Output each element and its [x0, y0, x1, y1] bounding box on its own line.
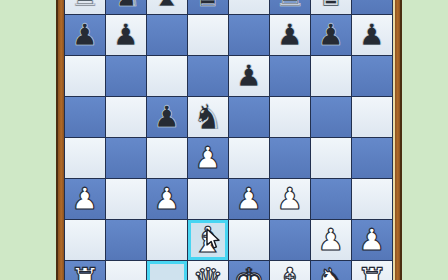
square-c2[interactable]: [147, 220, 187, 260]
chess-board: ♜♞♝♛♜♚♟♟♟♟♟♟♟♞♟♟♟♟♟♝♟♟♜♛♚♝♞♜: [64, 0, 393, 280]
square-g3[interactable]: [311, 179, 351, 219]
white-knight[interactable]: ♞: [315, 264, 346, 280]
square-f7[interactable]: ♟: [270, 15, 310, 55]
black-king[interactable]: ♚: [315, 0, 346, 12]
square-g8[interactable]: ♚: [311, 0, 351, 14]
square-b2[interactable]: [106, 220, 146, 260]
black-rook[interactable]: ♜: [69, 0, 100, 12]
square-a1[interactable]: ♜: [65, 261, 105, 280]
white-queen[interactable]: ♛: [192, 264, 223, 280]
square-d1[interactable]: ♛: [188, 261, 228, 280]
square-a4[interactable]: [65, 138, 105, 178]
square-c4[interactable]: [147, 138, 187, 178]
black-pawn[interactable]: ♟: [113, 20, 140, 50]
square-h3[interactable]: [352, 179, 392, 219]
square-f1[interactable]: ♝: [270, 261, 310, 280]
square-g7[interactable]: ♟: [311, 15, 351, 55]
black-pawn[interactable]: ♟: [72, 20, 99, 50]
square-g2[interactable]: ♟: [311, 220, 351, 260]
square-h5[interactable]: [352, 97, 392, 137]
white-rook[interactable]: ♜: [69, 264, 100, 280]
white-pawn[interactable]: ♟: [359, 225, 386, 255]
square-d7[interactable]: [188, 15, 228, 55]
square-h1[interactable]: ♜: [352, 261, 392, 280]
square-a2[interactable]: [65, 220, 105, 260]
square-b4[interactable]: [106, 138, 146, 178]
board-frame-right: [393, 0, 402, 280]
black-knight[interactable]: ♞: [110, 0, 141, 12]
square-f8[interactable]: ♜: [270, 0, 310, 14]
square-d3[interactable]: [188, 179, 228, 219]
square-c8[interactable]: ♝: [147, 0, 187, 14]
white-bishop[interactable]: ♝: [274, 264, 305, 280]
white-king[interactable]: ♚: [233, 264, 264, 280]
square-a8[interactable]: ♜: [65, 0, 105, 14]
black-rook[interactable]: ♜: [274, 0, 305, 12]
square-d5[interactable]: ♞: [188, 97, 228, 137]
square-e1[interactable]: ♚: [229, 261, 269, 280]
black-queen[interactable]: ♛: [192, 0, 223, 12]
square-f6[interactable]: [270, 56, 310, 96]
square-e8[interactable]: [229, 0, 269, 14]
square-d4[interactable]: ♟: [188, 138, 228, 178]
square-d6[interactable]: [188, 56, 228, 96]
square-b8[interactable]: ♞: [106, 0, 146, 14]
square-f4[interactable]: [270, 138, 310, 178]
square-e5[interactable]: [229, 97, 269, 137]
square-h4[interactable]: [352, 138, 392, 178]
square-h7[interactable]: ♟: [352, 15, 392, 55]
black-pawn[interactable]: ♟: [277, 20, 304, 50]
square-e4[interactable]: [229, 138, 269, 178]
black-knight[interactable]: ♞: [192, 100, 223, 135]
square-c3[interactable]: ♟: [147, 179, 187, 219]
white-pawn[interactable]: ♟: [195, 143, 222, 173]
white-pawn[interactable]: ♟: [277, 184, 304, 214]
square-a3[interactable]: ♟: [65, 179, 105, 219]
black-pawn[interactable]: ♟: [236, 61, 263, 91]
screenshot-page: ♜♞♝♛♜♚♟♟♟♟♟♟♟♞♟♟♟♟♟♝♟♟♜♛♚♝♞♜: [0, 0, 448, 280]
square-a6[interactable]: [65, 56, 105, 96]
white-pawn[interactable]: ♟: [318, 225, 345, 255]
square-b6[interactable]: [106, 56, 146, 96]
square-h6[interactable]: [352, 56, 392, 96]
square-f2[interactable]: [270, 220, 310, 260]
square-g6[interactable]: [311, 56, 351, 96]
square-g5[interactable]: [311, 97, 351, 137]
white-pawn[interactable]: ♟: [154, 184, 181, 214]
square-c1[interactable]: [147, 261, 187, 280]
square-f5[interactable]: [270, 97, 310, 137]
square-c6[interactable]: [147, 56, 187, 96]
black-pawn[interactable]: ♟: [318, 20, 345, 50]
square-h2[interactable]: ♟: [352, 220, 392, 260]
black-bishop[interactable]: ♝: [151, 0, 182, 12]
square-f3[interactable]: ♟: [270, 179, 310, 219]
mouse-cursor-arrow-icon: [205, 228, 221, 250]
black-pawn[interactable]: ♟: [154, 102, 181, 132]
black-pawn[interactable]: ♟: [359, 20, 386, 50]
square-c7[interactable]: [147, 15, 187, 55]
square-a7[interactable]: ♟: [65, 15, 105, 55]
square-e3[interactable]: ♟: [229, 179, 269, 219]
square-e7[interactable]: [229, 15, 269, 55]
square-a5[interactable]: [65, 97, 105, 137]
square-b1[interactable]: [106, 261, 146, 280]
square-b3[interactable]: [106, 179, 146, 219]
square-h8[interactable]: [352, 0, 392, 14]
square-b7[interactable]: ♟: [106, 15, 146, 55]
square-c5[interactable]: ♟: [147, 97, 187, 137]
square-d8[interactable]: ♛: [188, 0, 228, 14]
square-e2[interactable]: [229, 220, 269, 260]
square-e6[interactable]: ♟: [229, 56, 269, 96]
white-pawn[interactable]: ♟: [72, 184, 99, 214]
square-b5[interactable]: [106, 97, 146, 137]
white-rook[interactable]: ♜: [356, 264, 387, 280]
square-g1[interactable]: ♞: [311, 261, 351, 280]
white-pawn[interactable]: ♟: [236, 184, 263, 214]
square-g4[interactable]: [311, 138, 351, 178]
